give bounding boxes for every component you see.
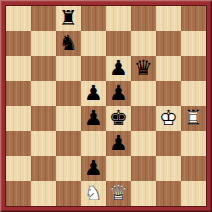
square-c4[interactable] — [56, 106, 81, 131]
square-b6[interactable] — [31, 56, 56, 81]
black-pawn: ♟ — [81, 156, 106, 181]
black-pawn: ♟ — [81, 106, 106, 131]
square-h4[interactable]: ♜♖ — [181, 106, 206, 131]
square-f7[interactable] — [131, 31, 156, 56]
square-f2[interactable] — [131, 156, 156, 181]
square-a7[interactable] — [6, 31, 31, 56]
white-rook-outline: ♖ — [181, 106, 206, 131]
square-e5[interactable]: ♟ — [106, 81, 131, 106]
square-e2[interactable] — [106, 156, 131, 181]
square-c2[interactable] — [56, 156, 81, 181]
square-b3[interactable] — [31, 131, 56, 156]
black-pawn: ♟ — [106, 56, 131, 81]
square-a8[interactable] — [6, 6, 31, 31]
square-g5[interactable] — [156, 81, 181, 106]
square-c3[interactable] — [56, 131, 81, 156]
square-d3[interactable] — [81, 131, 106, 156]
square-f1[interactable] — [131, 181, 156, 206]
black-pawn: ♟ — [81, 81, 106, 106]
white-king: ♚♔ — [156, 106, 181, 131]
square-d8[interactable] — [81, 6, 106, 31]
black-pawn: ♟ — [106, 131, 131, 156]
square-a3[interactable] — [6, 131, 31, 156]
square-e1[interactable]: ♛♕ — [106, 181, 131, 206]
square-d1[interactable]: ♞♘ — [81, 181, 106, 206]
square-b4[interactable] — [31, 106, 56, 131]
square-h6[interactable] — [181, 56, 206, 81]
square-g8[interactable] — [156, 6, 181, 31]
square-f6[interactable]: ♛ — [131, 56, 156, 81]
square-f4[interactable] — [131, 106, 156, 131]
square-b5[interactable] — [31, 81, 56, 106]
square-e3[interactable]: ♟ — [106, 131, 131, 156]
square-e4[interactable]: ♚ — [106, 106, 131, 131]
square-h7[interactable] — [181, 31, 206, 56]
square-g4[interactable]: ♚♔ — [156, 106, 181, 131]
square-g7[interactable] — [156, 31, 181, 56]
square-d7[interactable] — [81, 31, 106, 56]
square-b7[interactable] — [31, 31, 56, 56]
square-a2[interactable] — [6, 156, 31, 181]
square-g6[interactable] — [156, 56, 181, 81]
white-knight: ♞♘ — [81, 181, 106, 206]
square-a1[interactable] — [6, 181, 31, 206]
square-a6[interactable] — [6, 56, 31, 81]
white-king-outline: ♔ — [156, 106, 181, 131]
square-f8[interactable] — [131, 6, 156, 31]
square-h3[interactable] — [181, 131, 206, 156]
white-queen-outline: ♕ — [106, 181, 131, 206]
square-b8[interactable] — [31, 6, 56, 31]
square-e6[interactable]: ♟ — [106, 56, 131, 81]
square-h8[interactable] — [181, 6, 206, 31]
square-e8[interactable] — [106, 6, 131, 31]
square-g3[interactable] — [156, 131, 181, 156]
chess-board: ♜♞♟♛♟♟♟♚♚♔♜♖♟♟♞♘♛♕ — [5, 5, 207, 207]
square-g2[interactable] — [156, 156, 181, 181]
black-rook: ♜ — [56, 6, 81, 31]
black-queen: ♛ — [131, 56, 156, 81]
square-d6[interactable] — [81, 56, 106, 81]
black-pawn: ♟ — [106, 81, 131, 106]
square-e7[interactable] — [106, 31, 131, 56]
square-h5[interactable] — [181, 81, 206, 106]
square-f5[interactable] — [131, 81, 156, 106]
square-f3[interactable] — [131, 131, 156, 156]
chess-board-frame: ♜♞♟♛♟♟♟♚♚♔♜♖♟♟♞♘♛♕ — [0, 0, 212, 212]
square-b2[interactable] — [31, 156, 56, 181]
square-d4[interactable]: ♟ — [81, 106, 106, 131]
square-c7[interactable]: ♞ — [56, 31, 81, 56]
square-h1[interactable] — [181, 181, 206, 206]
black-knight: ♞ — [56, 31, 81, 56]
square-c5[interactable] — [56, 81, 81, 106]
square-b1[interactable] — [31, 181, 56, 206]
square-c6[interactable] — [56, 56, 81, 81]
square-d2[interactable]: ♟ — [81, 156, 106, 181]
square-a5[interactable] — [6, 81, 31, 106]
square-d5[interactable]: ♟ — [81, 81, 106, 106]
square-a4[interactable] — [6, 106, 31, 131]
white-queen: ♛♕ — [106, 181, 131, 206]
square-h2[interactable] — [181, 156, 206, 181]
square-c8[interactable]: ♜ — [56, 6, 81, 31]
square-c1[interactable] — [56, 181, 81, 206]
square-g1[interactable] — [156, 181, 181, 206]
black-king: ♚ — [106, 106, 131, 131]
white-knight-outline: ♘ — [81, 181, 106, 206]
white-rook: ♜♖ — [181, 106, 206, 131]
